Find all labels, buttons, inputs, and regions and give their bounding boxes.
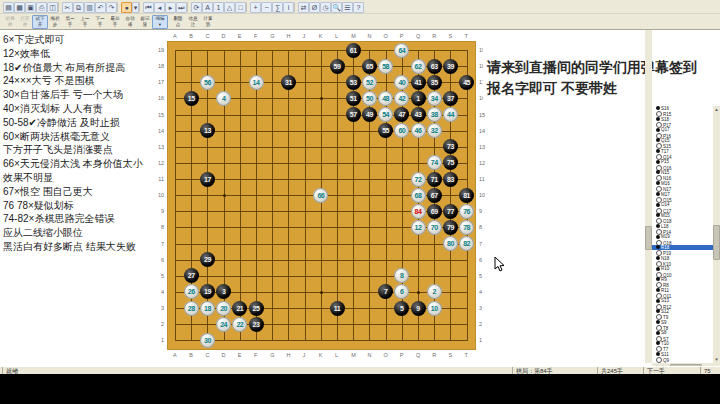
tree-move-coord: M17 [661, 192, 670, 197]
row-label-right: 13 [479, 144, 485, 150]
row-label-right: 14 [479, 128, 485, 134]
stone-tool-icon[interactable]: ● [121, 2, 132, 13]
grid-line-horizontal [175, 98, 468, 99]
black-stone-icon [656, 224, 660, 228]
black-stone-Q17[interactable]: 41 [411, 75, 426, 90]
white-stone-Q11[interactable]: 72 [411, 172, 426, 187]
white-stone-N17[interactable]: 52 [362, 75, 377, 90]
black-stone-M17[interactable]: 53 [346, 75, 361, 90]
black-stone-icon [656, 128, 660, 132]
white-stone-S7[interactable]: 80 [443, 236, 458, 251]
move-number: 53 [350, 79, 357, 86]
move-number: 47 [398, 111, 405, 118]
row-label-right: 10 [479, 192, 485, 198]
move-number: 60 [398, 127, 405, 134]
zoom-in-icon[interactable]: + [250, 2, 261, 13]
tree-move-coord: O14 [661, 202, 670, 207]
white-stone-P17[interactable]: 40 [394, 75, 409, 90]
coords-numbers-icon[interactable]: 1 [213, 2, 224, 13]
white-stone-C1[interactable]: 30 [200, 333, 215, 348]
black-stone-icon [656, 235, 660, 239]
main-toolbar: ▤▦▣⎙◫✂⧉▥↶↷●▾⏮◂▸⏭⟳A1△□+−∑i⇄Ø◷🔍☰? [0, 0, 720, 14]
scrollbar-thumb[interactable] [645, 226, 652, 250]
black-stone-icon [656, 149, 660, 153]
black-stone-S8[interactable]: 79 [443, 220, 458, 235]
black-stone-S18[interactable]: 39 [443, 59, 458, 74]
toolbar2-button-12[interactable]: 删除 点 [170, 15, 186, 29]
stream-signin-notice: 请来到直播间的同学们用弹幕签到 报名字即可 不要带姓 [483, 33, 718, 103]
tree-move-coord: R18 [661, 245, 669, 250]
move-number: 12 [415, 224, 422, 231]
move-number: 6 [400, 288, 403, 295]
black-stone-L3[interactable]: 11 [330, 301, 345, 316]
status-segment-3: 共245手 [597, 367, 646, 374]
move-number: 32 [431, 127, 438, 134]
search-icon[interactable]: 🔍 [331, 2, 342, 13]
white-stone-P16[interactable]: 42 [394, 91, 409, 106]
column-label-top: D [222, 33, 226, 39]
move-number: 1 [416, 95, 419, 102]
move-number: 18 [204, 305, 211, 312]
black-stone-S9[interactable]: 77 [443, 204, 458, 219]
column-label-bottom: D [222, 352, 226, 358]
move-number: 39 [447, 63, 454, 70]
move-number: 78 [463, 224, 470, 231]
white-stone-P5[interactable]: 8 [394, 268, 409, 283]
white-stone-P4[interactable]: 6 [394, 284, 409, 299]
open-file-icon[interactable]: ▦ [14, 2, 25, 13]
star-point [320, 194, 323, 197]
toolbar2-button-13[interactable]: 信息 注 [185, 15, 201, 29]
black-stone-N15[interactable]: 49 [362, 107, 377, 122]
black-stone-M16[interactable]: 51 [346, 91, 361, 106]
grid-line-horizontal [175, 292, 468, 293]
black-stone-R17[interactable]: 35 [427, 75, 442, 90]
toolbar-separator [117, 2, 118, 12]
column-label-bottom: E [238, 352, 242, 358]
move-number: 84 [415, 208, 422, 215]
star-point [223, 291, 226, 294]
white-stone-Q14[interactable]: 46 [411, 123, 426, 138]
black-stone-B5[interactable]: 27 [184, 268, 199, 283]
move-number: 75 [447, 159, 454, 166]
white-stone-D16[interactable]: 4 [216, 91, 231, 106]
move-number: 29 [204, 256, 211, 263]
grid-line-vertical [175, 50, 176, 340]
grid-line-horizontal [175, 179, 468, 180]
tree-move-coord: N18 [661, 256, 669, 261]
column-label-top: M [351, 33, 356, 39]
stone-tool-icon-dropdown-arrow[interactable]: ▾ [132, 2, 139, 13]
black-stone-R9[interactable]: 69 [427, 204, 442, 219]
toolbar2-button-8[interactable]: 最后 手 [107, 15, 123, 29]
move-number: 5 [400, 305, 403, 312]
annotation-line-7: 50-58✔冷静做活 及时止损 [3, 116, 157, 130]
paste-icon[interactable]: ▥ [84, 2, 95, 13]
new-doc-icon[interactable]: ▤ [3, 2, 14, 13]
white-stone-Q8[interactable]: 12 [411, 220, 426, 235]
black-stone-icon [656, 213, 660, 217]
white-stone-D2[interactable]: 24 [216, 317, 231, 332]
preview-icon[interactable]: ◫ [47, 2, 58, 13]
tree-move-coord: M19 [661, 234, 670, 239]
white-stone-T8[interactable]: 78 [459, 220, 474, 235]
white-stone-B3[interactable]: 28 [184, 301, 199, 316]
black-stone-P15[interactable]: 47 [394, 107, 409, 122]
black-stone-M15[interactable]: 57 [346, 107, 361, 122]
mark-triangle-icon[interactable]: △ [224, 2, 235, 13]
tree-move-coord: S8 [661, 330, 667, 335]
move-number: 8 [400, 272, 403, 279]
move-number: 81 [463, 192, 470, 199]
column-label-top: B [189, 33, 193, 39]
white-stone-E2[interactable]: 22 [232, 317, 247, 332]
move-number: 27 [188, 272, 195, 279]
move-number: 61 [350, 47, 357, 54]
toolbar2-button-10[interactable]: 标记 显 [137, 15, 153, 29]
nav-next-icon[interactable]: ▸ [165, 2, 176, 13]
white-stone-O18[interactable]: 58 [378, 59, 393, 74]
grid-line-horizontal [175, 276, 468, 277]
black-stone-C6[interactable]: 29 [200, 252, 215, 267]
black-stone-C4[interactable]: 19 [200, 284, 215, 299]
black-stone-R10[interactable]: 67 [427, 188, 442, 203]
row-label-right: 9 [479, 208, 482, 214]
white-stone-R14[interactable]: 32 [427, 123, 442, 138]
black-stone-S11[interactable]: 83 [443, 172, 458, 187]
tree-move-coord: T17 [661, 149, 669, 154]
white-stone-D3[interactable]: 20 [216, 301, 231, 316]
move-number: 23 [253, 321, 260, 328]
black-stone-B16[interactable]: 15 [184, 91, 199, 106]
column-label-top: J [303, 33, 306, 39]
go-board[interactable] [167, 41, 476, 350]
black-stone-icon [656, 245, 660, 249]
tree-move-coord: M16 [661, 181, 670, 186]
column-label-bottom: S [448, 352, 452, 358]
white-stone-N16[interactable]: 50 [362, 91, 377, 106]
tree-move-coord: M15 [661, 213, 670, 218]
move-number: 80 [447, 240, 454, 247]
move-number: 77 [447, 208, 454, 215]
tree-move-coord: R10 [661, 266, 669, 271]
grid-line-horizontal [175, 211, 468, 212]
tree-move-coord: S18 [661, 117, 669, 122]
move-tree-panel[interactable]: S16R15S18P17Q17P16Q15S15T17Q14P15O16N15N… [652, 106, 713, 363]
move-number: 54 [382, 111, 389, 118]
black-stone-Q15[interactable]: 43 [411, 107, 426, 122]
move-number: 50 [366, 95, 373, 102]
move-number: 35 [431, 79, 438, 86]
tree-move-coord: Q15 [661, 138, 670, 143]
black-stone-C14[interactable]: 13 [200, 123, 215, 138]
column-label-bottom: P [400, 352, 404, 358]
move-number: 73 [447, 143, 454, 150]
column-label-bottom: K [319, 352, 323, 358]
white-stone-P14[interactable]: 60 [394, 123, 409, 138]
white-stone-T9[interactable]: 76 [459, 204, 474, 219]
rotate-board-icon[interactable]: ⟳ [191, 2, 202, 13]
info-icon[interactable]: i [283, 2, 294, 13]
row-label-right: 2 [479, 321, 482, 327]
column-label-top: F [254, 33, 257, 39]
white-stone-R3[interactable]: 10 [427, 301, 442, 316]
move-number: 10 [431, 305, 438, 312]
black-stone-E3[interactable]: 21 [232, 301, 247, 316]
row-label-left: 2 [152, 321, 164, 327]
move-number: 28 [188, 305, 195, 312]
move-number: 31 [285, 79, 292, 86]
row-label-right: 4 [479, 289, 482, 295]
mark-square-icon[interactable]: □ [235, 2, 246, 13]
scroll-down-arrow-icon[interactable]: ▾ [713, 356, 720, 363]
scroll-up-arrow-icon[interactable]: ▴ [713, 106, 720, 113]
clock-icon[interactable]: ◷ [320, 2, 331, 13]
column-label-bottom: O [384, 352, 388, 358]
move-number: 83 [447, 176, 454, 183]
star-point [223, 194, 226, 197]
toolbar2-button-11[interactable]: 编辑 ▾ [152, 15, 168, 29]
annotation-line-14: 74-82×杀棋思路完全错误 [3, 212, 157, 226]
nav-prev-icon[interactable]: ◂ [154, 2, 165, 13]
black-stone-icon [656, 331, 660, 335]
tree-scrollbar-thumb[interactable] [713, 225, 720, 260]
row-label-left: 3 [152, 305, 164, 311]
white-stone-O16[interactable]: 48 [378, 91, 393, 106]
toolbar2-button-5[interactable]: 第一 手 [62, 15, 78, 29]
move-number: 17 [204, 176, 211, 183]
white-stone-S15[interactable]: 44 [443, 107, 458, 122]
black-stone-Q3[interactable]: 9 [411, 301, 426, 316]
copy-icon[interactable]: ⧉ [73, 2, 84, 13]
notice-line-1: 请来到直播间的同学们用弹幕签到 [487, 57, 697, 78]
move-number: 70 [431, 224, 438, 231]
annotation-line-11: 效果不明显 [3, 171, 157, 185]
white-stone-R4[interactable]: 2 [427, 284, 442, 299]
save-icon[interactable]: ▣ [25, 2, 36, 13]
toolbar2-button-2[interactable]: 打开 谱 [17, 15, 33, 29]
black-stone-F3[interactable]: 25 [249, 301, 264, 316]
white-stone-R12[interactable]: 74 [427, 155, 442, 170]
status-segment-2: 棋局：第84手 [512, 367, 600, 374]
star-point [417, 291, 420, 294]
move-number: 51 [350, 95, 357, 102]
cut-icon[interactable]: ✂ [62, 2, 73, 13]
redo-icon[interactable]: ↷ [106, 2, 117, 13]
column-label-top: A [173, 33, 177, 39]
grid-line-vertical [353, 50, 354, 340]
star-point [320, 97, 323, 100]
column-label-top: R [432, 33, 436, 39]
black-stone-S13[interactable]: 73 [443, 139, 458, 154]
toolbar-separator [187, 2, 188, 12]
black-stone-icon [656, 256, 660, 260]
toolbar2-button-9[interactable]: 自动 播 [122, 15, 138, 29]
grid-line-horizontal [175, 115, 468, 116]
row-label-left: 5 [152, 273, 164, 279]
row-label-right: 12 [479, 160, 485, 166]
black-stone-R18[interactable]: 63 [427, 59, 442, 74]
grid-line-horizontal [175, 340, 468, 341]
status-segment-4: 下一手 [643, 367, 703, 374]
toolbar-separator [58, 2, 59, 12]
tree-move-coord: S12 [661, 309, 669, 314]
move-number: 62 [415, 63, 422, 70]
black-stone-O14[interactable]: 55 [378, 123, 393, 138]
white-stone-R8[interactable]: 70 [427, 220, 442, 235]
move-number: 34 [431, 95, 438, 102]
white-stone-C17[interactable]: 56 [200, 75, 215, 90]
count-icon[interactable]: ∑ [272, 2, 283, 13]
go-review-app-window: ▤▦▣⎙◫✂⧉▥↶↷●▾⏮◂▸⏭⟳A1△□+−∑i⇄Ø◷🔍☰? 棋局 谱打开 谱… [0, 0, 720, 404]
column-label-bottom: T [465, 352, 468, 358]
column-label-bottom: M [351, 352, 356, 358]
move-number: 42 [398, 95, 405, 102]
tree-move-coord: T10 [661, 341, 669, 346]
black-stone-T10[interactable]: 81 [459, 188, 474, 203]
black-stone-icon [656, 267, 660, 271]
white-stone-T7[interactable]: 82 [459, 236, 474, 251]
star-point [320, 291, 323, 294]
tree-move-coord: R11 [661, 288, 669, 293]
move-number: 4 [222, 95, 225, 102]
status-segment-5: 75 [700, 367, 720, 374]
black-stone-R11[interactable]: 71 [427, 172, 442, 187]
toolbar2-button-1[interactable]: 棋局 谱 [2, 15, 18, 29]
black-stone-T17[interactable]: 45 [459, 75, 474, 90]
move-number: 56 [204, 79, 211, 86]
move-number: 57 [350, 111, 357, 118]
black-stone-icon [656, 203, 660, 207]
column-label-top: C [205, 33, 209, 39]
white-stone-Q18[interactable]: 62 [411, 59, 426, 74]
black-stone-Q16[interactable]: 1 [411, 91, 426, 106]
move-number: 55 [382, 127, 389, 134]
move-number: 79 [447, 224, 454, 231]
column-label-bottom: N [367, 352, 371, 358]
black-stone-N18[interactable]: 65 [362, 59, 377, 74]
mirror-icon[interactable]: ⇄ [298, 2, 309, 13]
grid-line-horizontal [175, 260, 468, 261]
row-label-left: 6 [152, 257, 164, 263]
white-stone-Q9[interactable]: 84 [411, 204, 426, 219]
grid-line-horizontal [175, 147, 468, 148]
settings-icon[interactable]: ☰ [342, 2, 353, 13]
nav-last-icon[interactable]: ⏭ [176, 2, 187, 13]
column-label-bottom: L [335, 352, 338, 358]
move-number: 76 [463, 208, 470, 215]
toolbar2-button-7[interactable]: 下一 手 [92, 15, 108, 29]
status-segment-1: 就绪 [2, 367, 511, 374]
black-stone-icon [656, 299, 660, 303]
black-stone-M19[interactable]: 61 [346, 43, 361, 58]
annotation-line-6: 40×消灭划标 人人有责 [3, 102, 157, 116]
column-label-bottom: F [254, 352, 257, 358]
print-icon[interactable]: ⎙ [36, 2, 47, 13]
white-stone-C3[interactable]: 18 [200, 301, 215, 316]
tree-scrollbar-vertical[interactable]: ▴ ▾ [713, 106, 720, 363]
column-label-bottom: H [286, 352, 290, 358]
white-stone-R16[interactable]: 34 [427, 91, 442, 106]
column-label-top: E [238, 33, 242, 39]
annotation-line-5: 30×自甘落后手 亏一个大场 [3, 88, 157, 102]
move-number: 49 [366, 111, 373, 118]
mouse-cursor-icon [494, 257, 506, 273]
column-label-top: Q [416, 33, 420, 39]
grid-line-horizontal [175, 244, 468, 245]
grid-line-vertical [450, 50, 451, 340]
column-label-bottom: R [432, 352, 436, 358]
grid-line-vertical [402, 50, 403, 340]
white-stone-B4[interactable]: 26 [184, 284, 199, 299]
nav-first-icon[interactable]: ⏮ [143, 2, 154, 13]
toolbar2-button-6[interactable]: 上一 手 [77, 15, 93, 29]
column-label-top: K [319, 33, 323, 39]
black-stone-C11[interactable]: 17 [200, 172, 215, 187]
row-label-right: 6 [479, 257, 482, 263]
tree-move-coord: S9 [661, 320, 667, 325]
row-label-right: 7 [479, 241, 482, 247]
white-stone-R15[interactable]: 38 [427, 107, 442, 122]
move-number: 25 [253, 305, 260, 312]
help-icon[interactable]: ? [353, 2, 364, 13]
grid-line-horizontal [175, 308, 468, 309]
toolbar-separator [139, 2, 140, 12]
black-stone-L18[interactable]: 59 [330, 59, 345, 74]
black-stone-D4[interactable]: 3 [216, 284, 231, 299]
column-label-bottom: B [189, 352, 193, 358]
white-stone-K10[interactable]: 66 [313, 188, 328, 203]
coords-letters-icon[interactable]: A [202, 2, 213, 13]
grid-line-vertical [224, 50, 225, 340]
zoom-out-icon[interactable]: − [261, 2, 272, 13]
black-stone-H17[interactable]: 31 [281, 75, 296, 90]
black-stone-S12[interactable]: 75 [443, 155, 458, 170]
black-stone-O4[interactable]: 7 [378, 284, 393, 299]
black-stone-P3[interactable]: 5 [394, 301, 409, 316]
toolbar2-button-3[interactable]: 试下 开 [32, 15, 48, 29]
annotation-line-1: 6×下定式即可 [3, 33, 157, 47]
tree-move-row-84[interactable]: Q9 [652, 357, 713, 362]
move-number: 11 [334, 305, 340, 312]
row-label-left: 1 [152, 337, 164, 343]
black-stone-F2[interactable]: 23 [249, 317, 264, 332]
move-number: 38 [431, 111, 438, 118]
grid-line-vertical [256, 50, 257, 340]
board-panel-scrollbar[interactable] [645, 30, 652, 363]
grid-line-vertical [321, 50, 322, 340]
grid-line-vertical [207, 50, 208, 340]
move-number: 9 [416, 305, 419, 312]
pass-icon[interactable]: Ø [309, 2, 320, 13]
move-number: 37 [447, 95, 454, 102]
undo-icon[interactable]: ↶ [95, 2, 106, 13]
navigation-toolbar: 棋局 谱打开 谱试下 开悔棋 步第一 手上一 手下一 手最后 手自动 播标记 显… [0, 14, 720, 30]
grid-line-horizontal [175, 50, 468, 51]
toolbar2-button-4[interactable]: 悔棋 步 [47, 15, 63, 29]
black-stone-icon [656, 170, 660, 174]
white-stone-F17[interactable]: 14 [249, 75, 264, 90]
annotation-line-15: 应从二线缩小眼位 [3, 226, 157, 240]
white-stone-P19[interactable]: 64 [394, 43, 409, 58]
annotation-line-9: 下方开子飞头是消涨要点 [3, 143, 157, 157]
toolbar2-button-14[interactable]: 计算 势 [200, 15, 216, 29]
black-stone-S16[interactable]: 37 [443, 91, 458, 106]
move-number: 21 [236, 305, 243, 312]
grid-line-horizontal [175, 163, 468, 164]
white-stone-Q10[interactable]: 68 [411, 188, 426, 203]
white-stone-O15[interactable]: 54 [378, 107, 393, 122]
